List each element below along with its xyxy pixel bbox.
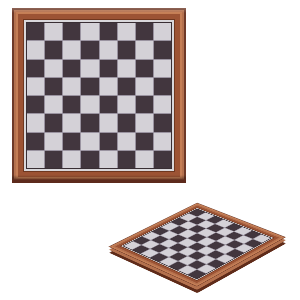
square-e7 [100, 41, 117, 58]
square-c2 [63, 133, 80, 150]
square-d8 [81, 23, 98, 40]
square-g6 [136, 60, 153, 77]
chessboard-front-view [12, 8, 186, 183]
square-e8 [100, 23, 117, 40]
square-d5 [81, 78, 98, 95]
square-g4 [136, 96, 153, 113]
square-b6 [45, 60, 62, 77]
square-h2 [198, 264, 216, 273]
tilted-board [108, 203, 286, 287]
square-d2 [81, 133, 98, 150]
square-b5 [45, 78, 62, 95]
chessboard-tilted-view [130, 175, 264, 300]
square-h4 [154, 96, 171, 113]
square-e4 [188, 242, 205, 250]
square-a2 [27, 133, 44, 150]
square-h1 [188, 270, 206, 279]
square-e2 [169, 252, 186, 260]
board-grid-front [27, 23, 171, 168]
square-b3 [45, 114, 62, 131]
square-f1 [118, 151, 135, 168]
square-g2 [188, 260, 206, 269]
square-f8 [118, 23, 135, 40]
square-h3 [207, 259, 225, 268]
square-d3 [170, 243, 187, 251]
square-e3 [100, 114, 117, 131]
square-h2 [154, 133, 171, 150]
square-h5 [226, 249, 244, 257]
square-h6 [154, 60, 171, 77]
square-h5 [154, 78, 171, 95]
square-b4 [45, 96, 62, 113]
square-h7 [244, 239, 261, 247]
square-h7 [154, 41, 171, 58]
square-a6 [27, 60, 44, 77]
square-g4 [207, 250, 224, 258]
square-g2 [136, 133, 153, 150]
square-c1 [63, 151, 80, 168]
square-g1 [178, 265, 196, 274]
square-e3 [179, 247, 196, 255]
square-b1 [133, 245, 150, 253]
square-f7 [118, 41, 135, 58]
square-d2 [160, 248, 177, 256]
square-g7 [136, 41, 153, 58]
square-e4 [100, 96, 117, 113]
square-c6 [63, 60, 80, 77]
square-c7 [63, 41, 80, 58]
square-h8 [154, 23, 171, 40]
square-d4 [81, 96, 98, 113]
square-e6 [100, 60, 117, 77]
square-e1 [160, 257, 178, 266]
square-e5 [100, 78, 117, 95]
square-f3 [118, 114, 135, 131]
square-h3 [154, 114, 171, 131]
square-d7 [81, 41, 98, 58]
square-a3 [27, 114, 44, 131]
square-d1 [81, 151, 98, 168]
square-e2 [100, 133, 117, 150]
square-a4 [27, 96, 44, 113]
square-a1 [27, 151, 44, 168]
square-f6 [118, 60, 135, 77]
square-f3 [188, 251, 205, 259]
square-c5 [63, 78, 80, 95]
square-b8 [45, 23, 62, 40]
square-f2 [179, 256, 197, 265]
square-f2 [118, 133, 135, 150]
square-b2 [45, 133, 62, 150]
square-h4 [217, 254, 235, 263]
square-e1 [100, 151, 117, 168]
square-g5 [216, 245, 233, 253]
square-f1 [169, 261, 187, 270]
square-a7 [27, 41, 44, 58]
product-photo [0, 0, 300, 300]
square-f4 [118, 96, 135, 113]
square-c4 [63, 96, 80, 113]
square-h6 [235, 244, 252, 252]
square-d3 [81, 114, 98, 131]
square-f5 [207, 241, 224, 249]
square-d1 [150, 253, 167, 261]
square-g5 [136, 78, 153, 95]
square-g3 [136, 114, 153, 131]
square-b7 [45, 41, 62, 58]
square-g1 [136, 151, 153, 168]
square-g6 [226, 240, 243, 248]
square-g3 [198, 255, 216, 264]
wooden-frame-tilted [108, 203, 286, 287]
square-g8 [136, 23, 153, 40]
square-c8 [63, 23, 80, 40]
square-c1 [141, 249, 158, 257]
square-h1 [154, 151, 171, 168]
square-a8 [27, 23, 44, 40]
square-b1 [45, 151, 62, 168]
square-f5 [118, 78, 135, 95]
square-a5 [27, 78, 44, 95]
square-d6 [81, 60, 98, 77]
square-c3 [63, 114, 80, 131]
square-c2 [151, 244, 168, 252]
square-f4 [198, 246, 215, 254]
